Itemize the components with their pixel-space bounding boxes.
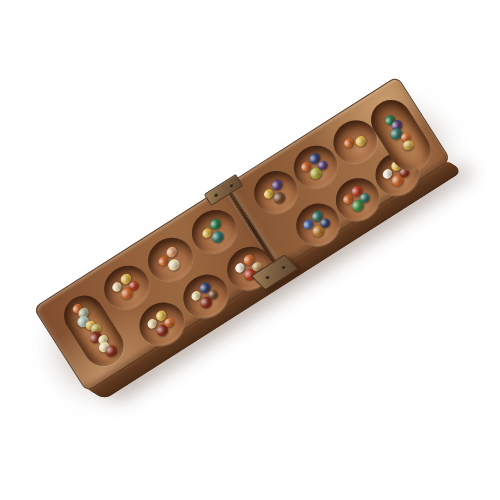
mancala-board: [33, 76, 451, 392]
product-photo-scene: [0, 0, 500, 500]
screw-icon: [280, 265, 286, 270]
stone-orange: [342, 136, 355, 149]
screw-icon: [264, 275, 270, 280]
screw-icon: [213, 192, 219, 198]
screw-icon: [228, 182, 234, 188]
stone-gold: [402, 139, 416, 152]
stone-yellow: [353, 134, 368, 149]
